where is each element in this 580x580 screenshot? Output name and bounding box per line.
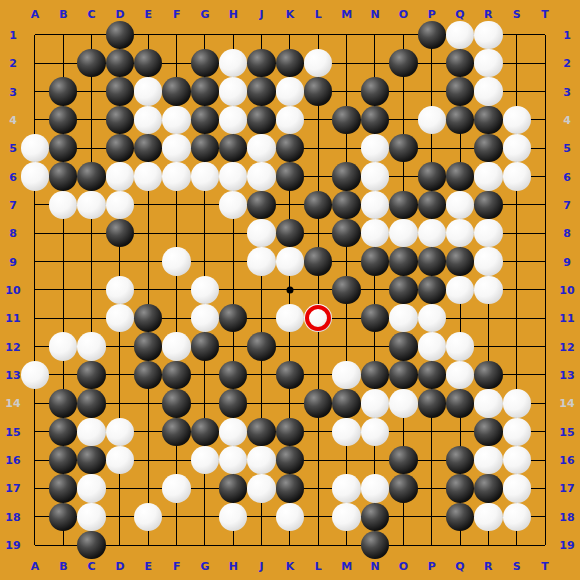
- intersection-P1[interactable]: [418, 21, 446, 49]
- intersection-G8[interactable]: [191, 219, 219, 247]
- intersection-Q11[interactable]: [446, 304, 474, 332]
- intersection-N14[interactable]: [361, 389, 389, 417]
- intersection-C19[interactable]: [77, 531, 105, 559]
- intersection-J19[interactable]: [247, 531, 275, 559]
- intersection-T1[interactable]: [531, 21, 559, 49]
- intersection-J1[interactable]: [247, 21, 275, 49]
- intersection-R15[interactable]: [474, 418, 502, 446]
- intersection-Q5[interactable]: [446, 134, 474, 162]
- intersection-K1[interactable]: [276, 21, 304, 49]
- intersection-H18[interactable]: [219, 503, 247, 531]
- intersection-A3[interactable]: [21, 77, 49, 105]
- intersection-O12[interactable]: [389, 332, 417, 360]
- intersection-B3[interactable]: [49, 77, 77, 105]
- intersection-P11[interactable]: [418, 304, 446, 332]
- intersection-T17[interactable]: [531, 474, 559, 502]
- intersection-N12[interactable]: [361, 332, 389, 360]
- intersection-R17[interactable]: [474, 474, 502, 502]
- intersection-F13[interactable]: [162, 361, 190, 389]
- intersection-G9[interactable]: [191, 247, 219, 275]
- intersection-N9[interactable]: [361, 247, 389, 275]
- intersection-N7[interactable]: [361, 191, 389, 219]
- intersection-Q1[interactable]: [446, 21, 474, 49]
- intersection-J12[interactable]: [247, 332, 275, 360]
- intersection-F12[interactable]: [162, 332, 190, 360]
- intersection-B19[interactable]: [49, 531, 77, 559]
- intersection-J11[interactable]: [247, 304, 275, 332]
- intersection-G1[interactable]: [191, 21, 219, 49]
- intersection-A5[interactable]: [21, 134, 49, 162]
- intersection-E13[interactable]: [134, 361, 162, 389]
- intersection-S4[interactable]: [503, 106, 531, 134]
- intersection-L8[interactable]: [304, 219, 332, 247]
- intersection-M5[interactable]: [332, 134, 360, 162]
- intersection-H12[interactable]: [219, 332, 247, 360]
- intersection-P5[interactable]: [418, 134, 446, 162]
- intersection-L14[interactable]: [304, 389, 332, 417]
- intersection-N18[interactable]: [361, 503, 389, 531]
- intersection-G12[interactable]: [191, 332, 219, 360]
- intersection-K16[interactable]: [276, 446, 304, 474]
- intersection-N16[interactable]: [361, 446, 389, 474]
- intersection-L5[interactable]: [304, 134, 332, 162]
- intersection-G19[interactable]: [191, 531, 219, 559]
- intersection-D13[interactable]: [106, 361, 134, 389]
- intersection-C5[interactable]: [77, 134, 105, 162]
- intersection-H10[interactable]: [219, 276, 247, 304]
- intersection-L12[interactable]: [304, 332, 332, 360]
- intersection-S14[interactable]: [503, 389, 531, 417]
- intersection-Q18[interactable]: [446, 503, 474, 531]
- intersection-H11[interactable]: [219, 304, 247, 332]
- intersection-Q7[interactable]: [446, 191, 474, 219]
- intersection-C8[interactable]: [77, 219, 105, 247]
- intersection-D12[interactable]: [106, 332, 134, 360]
- intersection-R10[interactable]: [474, 276, 502, 304]
- intersection-B4[interactable]: [49, 106, 77, 134]
- intersection-L17[interactable]: [304, 474, 332, 502]
- intersection-D8[interactable]: [106, 219, 134, 247]
- intersection-T7[interactable]: [531, 191, 559, 219]
- intersection-E10[interactable]: [134, 276, 162, 304]
- intersection-D11[interactable]: [106, 304, 134, 332]
- intersection-R5[interactable]: [474, 134, 502, 162]
- intersection-D19[interactable]: [106, 531, 134, 559]
- intersection-A6[interactable]: [21, 162, 49, 190]
- intersection-F17[interactable]: [162, 474, 190, 502]
- intersection-T4[interactable]: [531, 106, 559, 134]
- intersection-S2[interactable]: [503, 49, 531, 77]
- intersection-K6[interactable]: [276, 162, 304, 190]
- intersection-J3[interactable]: [247, 77, 275, 105]
- intersection-L16[interactable]: [304, 446, 332, 474]
- intersection-J9[interactable]: [247, 247, 275, 275]
- intersection-O6[interactable]: [389, 162, 417, 190]
- intersection-Q17[interactable]: [446, 474, 474, 502]
- intersection-F2[interactable]: [162, 49, 190, 77]
- intersection-T15[interactable]: [531, 418, 559, 446]
- intersection-H3[interactable]: [219, 77, 247, 105]
- intersection-E6[interactable]: [134, 162, 162, 190]
- intersection-A7[interactable]: [21, 191, 49, 219]
- intersection-E9[interactable]: [134, 247, 162, 275]
- intersection-G6[interactable]: [191, 162, 219, 190]
- intersection-O8[interactable]: [389, 219, 417, 247]
- intersection-A1[interactable]: [21, 21, 49, 49]
- intersection-D17[interactable]: [106, 474, 134, 502]
- intersection-M7[interactable]: [332, 191, 360, 219]
- intersection-M3[interactable]: [332, 77, 360, 105]
- intersection-M18[interactable]: [332, 503, 360, 531]
- intersection-S11[interactable]: [503, 304, 531, 332]
- intersection-B9[interactable]: [49, 247, 77, 275]
- intersection-B18[interactable]: [49, 503, 77, 531]
- intersection-G3[interactable]: [191, 77, 219, 105]
- intersection-T3[interactable]: [531, 77, 559, 105]
- intersection-L11[interactable]: [304, 304, 332, 332]
- intersection-D6[interactable]: [106, 162, 134, 190]
- intersection-H15[interactable]: [219, 418, 247, 446]
- intersection-E7[interactable]: [134, 191, 162, 219]
- intersection-M6[interactable]: [332, 162, 360, 190]
- intersection-O17[interactable]: [389, 474, 417, 502]
- intersection-D10[interactable]: [106, 276, 134, 304]
- intersection-G11[interactable]: [191, 304, 219, 332]
- intersection-K15[interactable]: [276, 418, 304, 446]
- intersection-G5[interactable]: [191, 134, 219, 162]
- intersection-D14[interactable]: [106, 389, 134, 417]
- intersection-Q19[interactable]: [446, 531, 474, 559]
- intersection-T18[interactable]: [531, 503, 559, 531]
- intersection-A15[interactable]: [21, 418, 49, 446]
- intersection-F8[interactable]: [162, 219, 190, 247]
- intersection-G2[interactable]: [191, 49, 219, 77]
- intersection-S10[interactable]: [503, 276, 531, 304]
- intersection-T8[interactable]: [531, 219, 559, 247]
- intersection-K8[interactable]: [276, 219, 304, 247]
- intersection-T12[interactable]: [531, 332, 559, 360]
- intersection-J18[interactable]: [247, 503, 275, 531]
- intersection-Q13[interactable]: [446, 361, 474, 389]
- intersection-E11[interactable]: [134, 304, 162, 332]
- intersection-R9[interactable]: [474, 247, 502, 275]
- intersection-R3[interactable]: [474, 77, 502, 105]
- intersection-J10[interactable]: [247, 276, 275, 304]
- intersection-F10[interactable]: [162, 276, 190, 304]
- intersection-M14[interactable]: [332, 389, 360, 417]
- intersection-S15[interactable]: [503, 418, 531, 446]
- intersection-O2[interactable]: [389, 49, 417, 77]
- intersection-L9[interactable]: [304, 247, 332, 275]
- intersection-N1[interactable]: [361, 21, 389, 49]
- intersection-F9[interactable]: [162, 247, 190, 275]
- intersection-S3[interactable]: [503, 77, 531, 105]
- intersection-T11[interactable]: [531, 304, 559, 332]
- intersection-H5[interactable]: [219, 134, 247, 162]
- intersection-C4[interactable]: [77, 106, 105, 134]
- intersection-N5[interactable]: [361, 134, 389, 162]
- intersection-Q3[interactable]: [446, 77, 474, 105]
- intersection-F11[interactable]: [162, 304, 190, 332]
- intersection-M4[interactable]: [332, 106, 360, 134]
- intersection-B11[interactable]: [49, 304, 77, 332]
- intersection-E15[interactable]: [134, 418, 162, 446]
- intersection-A17[interactable]: [21, 474, 49, 502]
- intersection-S5[interactable]: [503, 134, 531, 162]
- intersection-E1[interactable]: [134, 21, 162, 49]
- intersection-P8[interactable]: [418, 219, 446, 247]
- intersection-M16[interactable]: [332, 446, 360, 474]
- intersection-N15[interactable]: [361, 418, 389, 446]
- intersection-P13[interactable]: [418, 361, 446, 389]
- intersection-J4[interactable]: [247, 106, 275, 134]
- intersection-B12[interactable]: [49, 332, 77, 360]
- intersection-K7[interactable]: [276, 191, 304, 219]
- intersection-H13[interactable]: [219, 361, 247, 389]
- intersection-M12[interactable]: [332, 332, 360, 360]
- intersection-C10[interactable]: [77, 276, 105, 304]
- intersection-J8[interactable]: [247, 219, 275, 247]
- intersection-G18[interactable]: [191, 503, 219, 531]
- intersection-F4[interactable]: [162, 106, 190, 134]
- intersection-N13[interactable]: [361, 361, 389, 389]
- intersection-L2[interactable]: [304, 49, 332, 77]
- intersection-J13[interactable]: [247, 361, 275, 389]
- intersection-K5[interactable]: [276, 134, 304, 162]
- intersection-R12[interactable]: [474, 332, 502, 360]
- intersection-G7[interactable]: [191, 191, 219, 219]
- intersection-R11[interactable]: [474, 304, 502, 332]
- intersection-D7[interactable]: [106, 191, 134, 219]
- intersection-A10[interactable]: [21, 276, 49, 304]
- intersection-J7[interactable]: [247, 191, 275, 219]
- intersection-A4[interactable]: [21, 106, 49, 134]
- intersection-S16[interactable]: [503, 446, 531, 474]
- intersection-B5[interactable]: [49, 134, 77, 162]
- intersection-F19[interactable]: [162, 531, 190, 559]
- intersection-B14[interactable]: [49, 389, 77, 417]
- intersection-S13[interactable]: [503, 361, 531, 389]
- intersection-E2[interactable]: [134, 49, 162, 77]
- intersection-Q6[interactable]: [446, 162, 474, 190]
- intersection-O15[interactable]: [389, 418, 417, 446]
- intersection-K4[interactable]: [276, 106, 304, 134]
- intersection-L4[interactable]: [304, 106, 332, 134]
- intersection-O7[interactable]: [389, 191, 417, 219]
- intersection-D15[interactable]: [106, 418, 134, 446]
- intersection-E17[interactable]: [134, 474, 162, 502]
- intersection-O3[interactable]: [389, 77, 417, 105]
- intersection-H4[interactable]: [219, 106, 247, 134]
- intersection-P2[interactable]: [418, 49, 446, 77]
- intersection-B10[interactable]: [49, 276, 77, 304]
- intersection-B7[interactable]: [49, 191, 77, 219]
- intersection-K3[interactable]: [276, 77, 304, 105]
- intersection-O9[interactable]: [389, 247, 417, 275]
- intersection-N17[interactable]: [361, 474, 389, 502]
- intersection-M11[interactable]: [332, 304, 360, 332]
- intersection-Q9[interactable]: [446, 247, 474, 275]
- intersection-T16[interactable]: [531, 446, 559, 474]
- intersection-B2[interactable]: [49, 49, 77, 77]
- intersection-J2[interactable]: [247, 49, 275, 77]
- intersection-K13[interactable]: [276, 361, 304, 389]
- intersection-K19[interactable]: [276, 531, 304, 559]
- intersection-K2[interactable]: [276, 49, 304, 77]
- intersection-L10[interactable]: [304, 276, 332, 304]
- intersection-M10[interactable]: [332, 276, 360, 304]
- intersection-H1[interactable]: [219, 21, 247, 49]
- intersection-C2[interactable]: [77, 49, 105, 77]
- intersection-G10[interactable]: [191, 276, 219, 304]
- intersection-L3[interactable]: [304, 77, 332, 105]
- intersection-N8[interactable]: [361, 219, 389, 247]
- intersection-P18[interactable]: [418, 503, 446, 531]
- intersection-R2[interactable]: [474, 49, 502, 77]
- intersection-B8[interactable]: [49, 219, 77, 247]
- intersection-K17[interactable]: [276, 474, 304, 502]
- intersection-S1[interactable]: [503, 21, 531, 49]
- intersection-C7[interactable]: [77, 191, 105, 219]
- intersection-L19[interactable]: [304, 531, 332, 559]
- intersection-D9[interactable]: [106, 247, 134, 275]
- intersection-O10[interactable]: [389, 276, 417, 304]
- intersection-R8[interactable]: [474, 219, 502, 247]
- intersection-G15[interactable]: [191, 418, 219, 446]
- intersection-M17[interactable]: [332, 474, 360, 502]
- intersection-S9[interactable]: [503, 247, 531, 275]
- intersection-T10[interactable]: [531, 276, 559, 304]
- intersection-P19[interactable]: [418, 531, 446, 559]
- intersection-K11[interactable]: [276, 304, 304, 332]
- intersection-E4[interactable]: [134, 106, 162, 134]
- intersection-F16[interactable]: [162, 446, 190, 474]
- intersection-S12[interactable]: [503, 332, 531, 360]
- intersection-L6[interactable]: [304, 162, 332, 190]
- intersection-M13[interactable]: [332, 361, 360, 389]
- intersection-C11[interactable]: [77, 304, 105, 332]
- intersection-K10[interactable]: [276, 276, 304, 304]
- intersection-D5[interactable]: [106, 134, 134, 162]
- intersection-H2[interactable]: [219, 49, 247, 77]
- intersection-E19[interactable]: [134, 531, 162, 559]
- intersection-R1[interactable]: [474, 21, 502, 49]
- intersection-T19[interactable]: [531, 531, 559, 559]
- intersection-P10[interactable]: [418, 276, 446, 304]
- intersection-H7[interactable]: [219, 191, 247, 219]
- intersection-L7[interactable]: [304, 191, 332, 219]
- intersection-J6[interactable]: [247, 162, 275, 190]
- intersection-N6[interactable]: [361, 162, 389, 190]
- intersection-J5[interactable]: [247, 134, 275, 162]
- intersection-S6[interactable]: [503, 162, 531, 190]
- intersection-Q10[interactable]: [446, 276, 474, 304]
- intersection-G16[interactable]: [191, 446, 219, 474]
- intersection-P6[interactable]: [418, 162, 446, 190]
- intersection-T9[interactable]: [531, 247, 559, 275]
- intersection-O16[interactable]: [389, 446, 417, 474]
- intersection-L13[interactable]: [304, 361, 332, 389]
- intersection-L1[interactable]: [304, 21, 332, 49]
- intersection-M1[interactable]: [332, 21, 360, 49]
- intersection-B6[interactable]: [49, 162, 77, 190]
- intersection-P4[interactable]: [418, 106, 446, 134]
- intersection-T13[interactable]: [531, 361, 559, 389]
- intersection-P15[interactable]: [418, 418, 446, 446]
- intersection-H8[interactable]: [219, 219, 247, 247]
- intersection-R16[interactable]: [474, 446, 502, 474]
- intersection-H19[interactable]: [219, 531, 247, 559]
- intersection-F7[interactable]: [162, 191, 190, 219]
- intersection-C9[interactable]: [77, 247, 105, 275]
- intersection-P17[interactable]: [418, 474, 446, 502]
- intersection-L15[interactable]: [304, 418, 332, 446]
- intersection-O13[interactable]: [389, 361, 417, 389]
- intersection-F18[interactable]: [162, 503, 190, 531]
- intersection-B1[interactable]: [49, 21, 77, 49]
- intersection-B13[interactable]: [49, 361, 77, 389]
- intersection-N3[interactable]: [361, 77, 389, 105]
- intersection-S7[interactable]: [503, 191, 531, 219]
- intersection-C14[interactable]: [77, 389, 105, 417]
- intersection-P3[interactable]: [418, 77, 446, 105]
- intersection-H6[interactable]: [219, 162, 247, 190]
- intersection-A9[interactable]: [21, 247, 49, 275]
- intersection-A19[interactable]: [21, 531, 49, 559]
- intersection-T2[interactable]: [531, 49, 559, 77]
- intersection-G13[interactable]: [191, 361, 219, 389]
- intersection-P7[interactable]: [418, 191, 446, 219]
- intersection-S19[interactable]: [503, 531, 531, 559]
- intersection-Q8[interactable]: [446, 219, 474, 247]
- intersection-N2[interactable]: [361, 49, 389, 77]
- intersection-R14[interactable]: [474, 389, 502, 417]
- intersection-T5[interactable]: [531, 134, 559, 162]
- intersection-J15[interactable]: [247, 418, 275, 446]
- intersection-K18[interactable]: [276, 503, 304, 531]
- intersection-C1[interactable]: [77, 21, 105, 49]
- intersection-B16[interactable]: [49, 446, 77, 474]
- intersection-S8[interactable]: [503, 219, 531, 247]
- intersection-P14[interactable]: [418, 389, 446, 417]
- intersection-A8[interactable]: [21, 219, 49, 247]
- intersection-G14[interactable]: [191, 389, 219, 417]
- intersection-F14[interactable]: [162, 389, 190, 417]
- intersection-K9[interactable]: [276, 247, 304, 275]
- intersection-E16[interactable]: [134, 446, 162, 474]
- intersection-C3[interactable]: [77, 77, 105, 105]
- intersection-O1[interactable]: [389, 21, 417, 49]
- intersection-P9[interactable]: [418, 247, 446, 275]
- intersection-N10[interactable]: [361, 276, 389, 304]
- intersection-C6[interactable]: [77, 162, 105, 190]
- intersection-G4[interactable]: [191, 106, 219, 134]
- intersection-A18[interactable]: [21, 503, 49, 531]
- intersection-B15[interactable]: [49, 418, 77, 446]
- intersection-D2[interactable]: [106, 49, 134, 77]
- intersection-L18[interactable]: [304, 503, 332, 531]
- intersection-Q2[interactable]: [446, 49, 474, 77]
- intersection-Q14[interactable]: [446, 389, 474, 417]
- intersection-R6[interactable]: [474, 162, 502, 190]
- intersection-C13[interactable]: [77, 361, 105, 389]
- intersection-A16[interactable]: [21, 446, 49, 474]
- intersection-E18[interactable]: [134, 503, 162, 531]
- intersection-J16[interactable]: [247, 446, 275, 474]
- intersection-A14[interactable]: [21, 389, 49, 417]
- intersection-A2[interactable]: [21, 49, 49, 77]
- intersection-R4[interactable]: [474, 106, 502, 134]
